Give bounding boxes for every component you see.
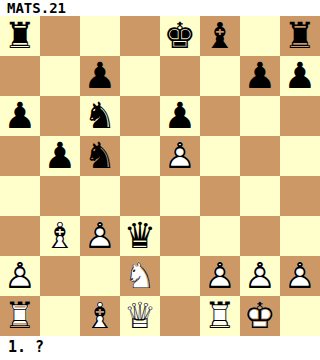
black-pawn-piece[interactable]: ♟ (240, 56, 280, 96)
black-knight-piece[interactable]: ♞ (80, 136, 120, 176)
white-bishop-piece[interactable]: ♝♗ (80, 296, 120, 336)
white-pawn-piece[interactable]: ♟♙ (200, 256, 240, 296)
square-d8[interactable] (120, 16, 160, 56)
black-rook-piece[interactable]: ♜ (0, 16, 40, 56)
square-h5[interactable] (280, 136, 320, 176)
square-g3[interactable] (240, 216, 280, 256)
white-pawn-piece[interactable]: ♟♙ (80, 216, 120, 256)
square-d1[interactable]: ♛♕ (120, 296, 160, 336)
square-a5[interactable] (0, 136, 40, 176)
piece-outline: ♔ (240, 296, 280, 336)
white-pawn-piece[interactable]: ♟♙ (240, 256, 280, 296)
piece-outline: ♖ (0, 296, 40, 336)
square-b4[interactable] (40, 176, 80, 216)
white-rook-piece[interactable]: ♜♖ (0, 296, 40, 336)
square-a7[interactable] (0, 56, 40, 96)
black-pawn-piece[interactable]: ♟ (280, 56, 320, 96)
black-knight-piece[interactable]: ♞ (80, 96, 120, 136)
square-g8[interactable] (240, 16, 280, 56)
square-d7[interactable] (120, 56, 160, 96)
square-c2[interactable] (80, 256, 120, 296)
white-pawn-piece[interactable]: ♟♙ (0, 256, 40, 296)
piece-outline: ♙ (80, 216, 120, 256)
square-g2[interactable]: ♟♙ (240, 256, 280, 296)
square-a1[interactable]: ♜♖ (0, 296, 40, 336)
square-f2[interactable]: ♟♙ (200, 256, 240, 296)
square-b7[interactable] (40, 56, 80, 96)
white-king-piece[interactable]: ♚♔ (240, 296, 280, 336)
square-a8[interactable]: ♜ (0, 16, 40, 56)
square-f1[interactable]: ♜♖ (200, 296, 240, 336)
piece-outline: ♖ (200, 296, 240, 336)
piece-outline: ♙ (160, 136, 200, 176)
piece-outline: ♙ (240, 256, 280, 296)
piece-outline: ♙ (0, 256, 40, 296)
square-c7[interactable]: ♟ (80, 56, 120, 96)
square-a4[interactable] (0, 176, 40, 216)
square-b8[interactable] (40, 16, 80, 56)
square-f4[interactable] (200, 176, 240, 216)
white-bishop-piece[interactable]: ♝♗ (40, 216, 80, 256)
square-a6[interactable]: ♟ (0, 96, 40, 136)
square-g5[interactable] (240, 136, 280, 176)
black-king-piece[interactable]: ♚ (160, 16, 200, 56)
move-prompt: 1. ? (0, 336, 320, 360)
square-d5[interactable] (120, 136, 160, 176)
square-g1[interactable]: ♚♔ (240, 296, 280, 336)
square-g7[interactable]: ♟ (240, 56, 280, 96)
piece-outline: ♗ (80, 296, 120, 336)
square-h6[interactable] (280, 96, 320, 136)
square-c1[interactable]: ♝♗ (80, 296, 120, 336)
square-b1[interactable] (40, 296, 80, 336)
square-d2[interactable]: ♞♘ (120, 256, 160, 296)
puzzle-title: MATS.21 (0, 0, 320, 16)
white-pawn-piece[interactable]: ♟♙ (280, 256, 320, 296)
square-b5[interactable]: ♟ (40, 136, 80, 176)
piece-outline: ♙ (280, 256, 320, 296)
square-c3[interactable]: ♟♙ (80, 216, 120, 256)
square-h7[interactable]: ♟ (280, 56, 320, 96)
square-d4[interactable] (120, 176, 160, 216)
square-h3[interactable] (280, 216, 320, 256)
square-e8[interactable]: ♚ (160, 16, 200, 56)
white-queen-piece[interactable]: ♛♕ (120, 296, 160, 336)
square-b6[interactable] (40, 96, 80, 136)
white-rook-piece[interactable]: ♜♖ (200, 296, 240, 336)
chess-board: ♜♚♝♜♟♟♟♟♞♟♟♞♟♙♝♗♟♙♛♟♙♞♘♟♙♟♙♟♙♜♖♝♗♛♕♜♖♚♔ (0, 16, 320, 336)
square-a3[interactable] (0, 216, 40, 256)
black-rook-piece[interactable]: ♜ (280, 16, 320, 56)
square-d3[interactable]: ♛ (120, 216, 160, 256)
square-e6[interactable]: ♟ (160, 96, 200, 136)
square-e7[interactable] (160, 56, 200, 96)
square-h2[interactable]: ♟♙ (280, 256, 320, 296)
black-pawn-piece[interactable]: ♟ (160, 96, 200, 136)
white-knight-piece[interactable]: ♞♘ (120, 256, 160, 296)
square-c6[interactable]: ♞ (80, 96, 120, 136)
white-pawn-piece[interactable]: ♟♙ (160, 136, 200, 176)
square-h8[interactable]: ♜ (280, 16, 320, 56)
black-pawn-piece[interactable]: ♟ (80, 56, 120, 96)
square-b2[interactable] (40, 256, 80, 296)
piece-outline: ♘ (120, 256, 160, 296)
square-c4[interactable] (80, 176, 120, 216)
piece-outline: ♕ (120, 296, 160, 336)
black-pawn-piece[interactable]: ♟ (0, 96, 40, 136)
square-a2[interactable]: ♟♙ (0, 256, 40, 296)
square-e3[interactable] (160, 216, 200, 256)
square-h4[interactable] (280, 176, 320, 216)
square-e1[interactable] (160, 296, 200, 336)
piece-outline: ♙ (200, 256, 240, 296)
square-e2[interactable] (160, 256, 200, 296)
square-f8[interactable]: ♝ (200, 16, 240, 56)
black-queen-piece[interactable]: ♛ (120, 216, 160, 256)
square-c8[interactable] (80, 16, 120, 56)
square-c5[interactable]: ♞ (80, 136, 120, 176)
square-b3[interactable]: ♝♗ (40, 216, 80, 256)
piece-outline: ♗ (40, 216, 80, 256)
black-bishop-piece[interactable]: ♝ (200, 16, 240, 56)
square-g6[interactable] (240, 96, 280, 136)
square-d6[interactable] (120, 96, 160, 136)
square-g4[interactable] (240, 176, 280, 216)
black-pawn-piece[interactable]: ♟ (40, 136, 80, 176)
square-f6[interactable] (200, 96, 240, 136)
square-f5[interactable] (200, 136, 240, 176)
square-f7[interactable] (200, 56, 240, 96)
square-h1[interactable] (280, 296, 320, 336)
square-f3[interactable] (200, 216, 240, 256)
square-e5[interactable]: ♟♙ (160, 136, 200, 176)
square-e4[interactable] (160, 176, 200, 216)
